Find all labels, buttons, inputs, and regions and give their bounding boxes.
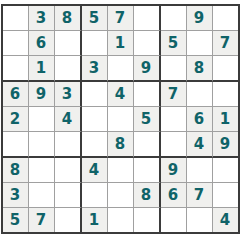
cell-r6c6[interactable] [134,132,161,158]
cell-r3c4[interactable]: 3 [82,56,108,82]
cell-r6c8[interactable]: 4 [187,132,213,158]
cell-r9c5[interactable] [108,208,134,232]
cell-r3c1[interactable] [3,56,29,82]
cell-r5c9[interactable]: 1 [213,107,238,132]
cell-r8c3[interactable] [55,183,82,208]
cell-r1c2[interactable]: 3 [29,6,55,31]
cell-r5c3[interactable]: 4 [55,107,82,132]
cell-r8c7[interactable]: 6 [161,183,187,208]
cell-r4c9[interactable] [213,82,238,107]
cell-r7c3[interactable] [55,158,82,183]
cell-r7c7[interactable]: 9 [161,158,187,183]
cell-r6c5[interactable]: 8 [108,132,134,158]
cell-r8c2[interactable] [29,183,55,208]
cell-r3c7[interactable] [161,56,187,82]
cell-r1c1[interactable] [3,6,29,31]
cell-r4c1[interactable]: 6 [3,82,29,107]
cell-r9c8[interactable] [187,208,213,232]
cell-r9c4[interactable]: 1 [82,208,108,232]
cell-r6c1[interactable] [3,132,29,158]
cell-r1c4[interactable]: 5 [82,6,108,31]
cell-r4c2[interactable]: 9 [29,82,55,107]
cell-r1c6[interactable] [134,6,161,31]
cell-r6c3[interactable] [55,132,82,158]
cell-r6c7[interactable] [161,132,187,158]
cell-r4c6[interactable] [134,82,161,107]
cell-r6c2[interactable] [29,132,55,158]
cell-r4c3[interactable]: 3 [55,82,82,107]
cell-r7c6[interactable] [134,158,161,183]
cell-r7c8[interactable] [187,158,213,183]
cell-r5c6[interactable]: 5 [134,107,161,132]
cell-r2c2[interactable]: 6 [29,31,55,56]
cell-r1c8[interactable]: 9 [187,6,213,31]
cell-r2c5[interactable]: 1 [108,31,134,56]
cell-r5c4[interactable] [82,107,108,132]
cell-r2c1[interactable] [3,31,29,56]
cell-r1c7[interactable] [161,6,187,31]
cell-r8c1[interactable]: 3 [3,183,29,208]
cell-r5c1[interactable]: 2 [3,107,29,132]
cell-r3c3[interactable] [55,56,82,82]
cell-r3c6[interactable]: 9 [134,56,161,82]
cell-r7c9[interactable] [213,158,238,183]
cell-r7c2[interactable] [29,158,55,183]
cell-r2c4[interactable] [82,31,108,56]
cell-r6c9[interactable]: 9 [213,132,238,158]
cell-r9c3[interactable] [55,208,82,232]
cell-r5c8[interactable]: 6 [187,107,213,132]
cell-r2c6[interactable] [134,31,161,56]
cell-r4c4[interactable] [82,82,108,107]
cell-r4c8[interactable] [187,82,213,107]
cell-r9c2[interactable]: 7 [29,208,55,232]
cell-r1c3[interactable]: 8 [55,6,82,31]
cell-r2c9[interactable]: 7 [213,31,238,56]
cell-r9c1[interactable]: 5 [3,208,29,232]
sudoku-page: 3857961571398693472456184984938675714 [0,0,240,237]
cell-r8c5[interactable] [108,183,134,208]
cell-r8c9[interactable] [213,183,238,208]
cell-r5c7[interactable] [161,107,187,132]
cell-r3c8[interactable]: 8 [187,56,213,82]
cell-r5c2[interactable] [29,107,55,132]
cell-r2c8[interactable] [187,31,213,56]
cell-r9c6[interactable] [134,208,161,232]
cell-r3c5[interactable] [108,56,134,82]
cell-r8c4[interactable] [82,183,108,208]
cell-r5c5[interactable] [108,107,134,132]
cell-r7c5[interactable] [108,158,134,183]
cell-r3c2[interactable]: 1 [29,56,55,82]
cell-r8c8[interactable]: 7 [187,183,213,208]
cell-r2c7[interactable]: 5 [161,31,187,56]
sudoku-board: 3857961571398693472456184984938675714 [1,4,240,234]
cell-r8c6[interactable]: 8 [134,183,161,208]
cell-r1c9[interactable] [213,6,238,31]
cell-r4c5[interactable]: 4 [108,82,134,107]
cell-r2c3[interactable] [55,31,82,56]
cell-r9c9[interactable]: 4 [213,208,238,232]
cell-r4c7[interactable]: 7 [161,82,187,107]
cell-r1c5[interactable]: 7 [108,6,134,31]
cell-r3c9[interactable] [213,56,238,82]
cell-r7c4[interactable]: 4 [82,158,108,183]
cell-r7c1[interactable]: 8 [3,158,29,183]
cell-r9c7[interactable] [161,208,187,232]
cell-r6c4[interactable] [82,132,108,158]
